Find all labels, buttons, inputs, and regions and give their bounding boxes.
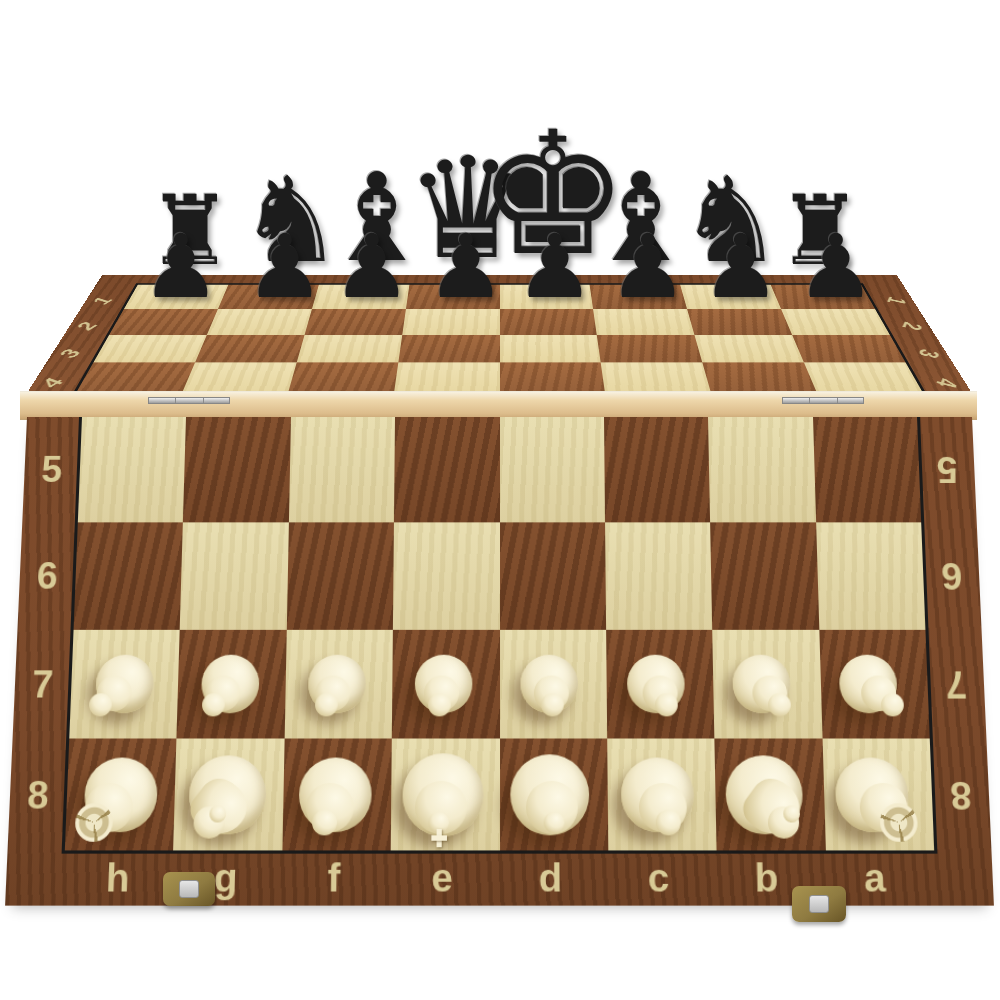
piece-part xyxy=(656,810,681,836)
piece-part xyxy=(75,803,114,842)
piece-part xyxy=(879,803,918,842)
black-pawn-4[interactable]: ♟ xyxy=(427,223,506,311)
piece-part xyxy=(767,693,790,716)
chess-box-photo: 12341234 ♜♞♝♛♚♝♞♜♟♟♟♟♟♟♟♟ 56785678hgfedc… xyxy=(0,0,1000,1000)
black-pawn-3[interactable]: ♟ xyxy=(333,223,412,311)
black-pawn-1[interactable]: ♟ xyxy=(142,223,221,311)
latch-left[interactable] xyxy=(163,872,215,906)
black-pawn-8[interactable]: ♟ xyxy=(797,223,876,311)
piece-part xyxy=(880,693,903,716)
hinge-strip xyxy=(20,391,977,420)
piece-part xyxy=(543,812,564,833)
hinge-left-icon xyxy=(148,397,230,404)
piece-part xyxy=(655,693,678,716)
piece-part xyxy=(202,693,225,716)
white-pieces-layer xyxy=(5,417,994,906)
piece-part xyxy=(89,693,112,716)
black-pawn-7[interactable]: ♟ xyxy=(702,223,781,311)
black-pawn-5[interactable]: ♟ xyxy=(516,223,595,311)
piece-part xyxy=(783,805,800,822)
latch-right[interactable] xyxy=(792,886,846,922)
piece-part xyxy=(311,810,336,836)
black-pawn-6[interactable]: ♟ xyxy=(609,223,688,311)
black-pawn-2[interactable]: ♟ xyxy=(246,223,325,311)
hinge-right-icon xyxy=(782,397,864,404)
piece-part xyxy=(542,693,565,716)
front-board: 56785678hgfedcba xyxy=(5,417,994,906)
